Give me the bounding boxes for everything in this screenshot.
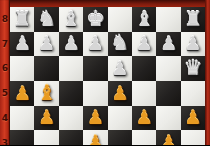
square-b4[interactable]: ♟ <box>34 106 58 131</box>
square-d8[interactable]: ♚ <box>83 7 107 32</box>
square-a3[interactable] <box>10 130 34 145</box>
gold-pawn-f4[interactable]: ♟ <box>136 108 153 127</box>
gold-pawn-g3[interactable]: ♟ <box>160 133 177 145</box>
silver-knight-b8[interactable]: ♞ <box>37 9 56 30</box>
square-a5[interactable]: ♟ <box>10 81 34 106</box>
gold-pawn-b4[interactable]: ♟ <box>38 108 55 127</box>
square-c8[interactable]: ♝ <box>59 7 83 32</box>
square-g7[interactable]: ♟ <box>156 32 180 57</box>
square-h6[interactable]: ♛ <box>181 56 205 81</box>
silver-king-d8[interactable]: ♚ <box>86 9 105 30</box>
rank-label-5: 5 <box>0 81 10 106</box>
rank-label-6: 6 <box>0 56 10 81</box>
square-f8[interactable]: ♝ <box>132 7 156 32</box>
square-d7[interactable]: ♟ <box>83 32 107 57</box>
rank-label-3: 3 <box>0 131 10 146</box>
square-h3[interactable] <box>181 130 205 145</box>
square-g6[interactable] <box>156 56 180 81</box>
square-b7[interactable]: ♟ <box>34 32 58 57</box>
square-e3[interactable] <box>108 130 132 145</box>
square-d6[interactable] <box>83 56 107 81</box>
silver-pawn-h7[interactable]: ♟ <box>184 34 201 53</box>
square-h5[interactable] <box>181 81 205 106</box>
silver-queen-h6[interactable]: ♛ <box>183 58 202 79</box>
square-e7[interactable]: ♞ <box>108 32 132 57</box>
square-e5[interactable]: ♟ <box>108 81 132 106</box>
square-f4[interactable]: ♟ <box>132 106 156 131</box>
silver-pawn-g7[interactable]: ♟ <box>160 34 177 53</box>
gold-pawn-d3[interactable]: ♟ <box>87 133 104 145</box>
square-e8[interactable] <box>108 7 132 32</box>
square-h4[interactable]: ♟ <box>181 106 205 131</box>
silver-pawn-a7[interactable]: ♟ <box>14 34 31 53</box>
gold-bishop-b5[interactable]: ♝ <box>37 83 56 104</box>
square-c4[interactable] <box>59 106 83 131</box>
square-g5[interactable] <box>156 81 180 106</box>
square-d5[interactable] <box>83 81 107 106</box>
silver-pawn-e6[interactable]: ♟ <box>111 59 128 78</box>
silver-knight-e7[interactable]: ♞ <box>110 33 129 54</box>
square-f3[interactable] <box>132 130 156 145</box>
silver-rook-a8[interactable]: ♜ <box>13 9 32 30</box>
gold-pawn-h4[interactable]: ♟ <box>184 108 201 127</box>
gold-pawn-a5[interactable]: ♟ <box>14 84 31 103</box>
silver-bishop-c8[interactable]: ♝ <box>62 9 81 30</box>
square-f6[interactable] <box>132 56 156 81</box>
square-c7[interactable]: ♟ <box>59 32 83 57</box>
silver-pawn-c7[interactable]: ♟ <box>62 34 79 53</box>
silver-pawn-d7[interactable]: ♟ <box>87 34 104 53</box>
gold-pawn-e5[interactable]: ♟ <box>111 84 128 103</box>
square-d3[interactable]: ♟ <box>83 130 107 145</box>
square-b6[interactable] <box>34 56 58 81</box>
rank-label-7: 7 <box>0 32 10 57</box>
square-b3[interactable] <box>34 130 58 145</box>
silver-bishop-f8[interactable]: ♝ <box>135 9 154 30</box>
square-e4[interactable] <box>108 106 132 131</box>
square-c6[interactable] <box>59 56 83 81</box>
gold-pawn-d4[interactable]: ♟ <box>87 108 104 127</box>
square-f7[interactable]: ♟ <box>132 32 156 57</box>
square-c3[interactable] <box>59 130 83 145</box>
chess-board: ♜♞♝♚♝♜♟♟♟♟♞♟♟♟♟♛♟♝♟♟♟♟♟♟♟ <box>10 7 205 145</box>
square-h7[interactable]: ♟ <box>181 32 205 57</box>
square-a4[interactable] <box>10 106 34 131</box>
square-b5[interactable]: ♝ <box>34 81 58 106</box>
board-frame-top <box>0 0 210 7</box>
chess-app-window: ♜♞♝♚♝♜♟♟♟♟♞♟♟♟♟♛♟♝♟♟♟♟♟♟♟ 876543 <box>0 0 210 145</box>
silver-rook-h8[interactable]: ♜ <box>183 9 202 30</box>
square-g4[interactable] <box>156 106 180 131</box>
square-c5[interactable] <box>59 81 83 106</box>
square-b8[interactable]: ♞ <box>34 7 58 32</box>
square-e6[interactable]: ♟ <box>108 56 132 81</box>
square-g3[interactable]: ♟ <box>156 130 180 145</box>
square-a6[interactable] <box>10 56 34 81</box>
square-f5[interactable] <box>132 81 156 106</box>
square-a8[interactable]: ♜ <box>10 7 34 32</box>
rank-label-4: 4 <box>0 106 10 131</box>
square-d4[interactable]: ♟ <box>83 106 107 131</box>
square-a7[interactable]: ♟ <box>10 32 34 57</box>
board-frame-right <box>205 0 210 145</box>
square-g8[interactable] <box>156 7 180 32</box>
rank-label-8: 8 <box>0 7 10 32</box>
board-frame-left: 876543 <box>0 0 10 145</box>
silver-pawn-b7[interactable]: ♟ <box>38 34 55 53</box>
silver-pawn-f7[interactable]: ♟ <box>136 34 153 53</box>
square-h8[interactable]: ♜ <box>181 7 205 32</box>
